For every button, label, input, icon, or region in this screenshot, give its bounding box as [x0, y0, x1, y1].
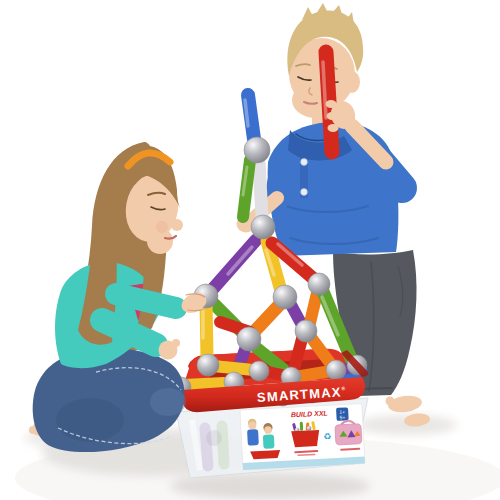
girl-thumb	[172, 339, 180, 347]
jeans-knee-highlight	[150, 388, 186, 416]
mini-tub	[291, 430, 320, 447]
girl-blush	[156, 221, 168, 233]
boy-fingertip	[326, 100, 337, 108]
scene-canvas: SMARTMAX® BUILD XXL 1+ 5+	[0, 0, 500, 500]
magnetic-bar	[259, 162, 262, 217]
magnetic-bar	[206, 301, 207, 358]
magnetic-ball	[273, 285, 297, 309]
girl-sleeve-upper	[116, 294, 176, 308]
age-badge-top: 1+	[339, 410, 345, 415]
age-badge-bottom: 5+	[340, 415, 346, 420]
recycle-icon: ♻	[323, 431, 332, 441]
magnetic-ball	[249, 361, 269, 381]
boy-fingertip	[327, 112, 338, 120]
tub-interior-ball	[206, 430, 222, 446]
magnetic-ball	[295, 320, 317, 342]
magnetic-ball	[237, 327, 261, 351]
product-photo: SMARTMAX® BUILD XXL 1+ 5+	[0, 0, 500, 500]
boy-fingertip	[328, 124, 339, 132]
mini-photo-tub	[250, 450, 280, 460]
boy-button-bottom	[301, 189, 308, 196]
magnetic-ball	[308, 273, 330, 295]
mini-boy-shirt	[247, 429, 259, 446]
jeans-shading	[56, 398, 124, 442]
trademark-symbol: ®	[341, 385, 346, 391]
magnetic-ball	[244, 137, 270, 163]
magnetic-bar	[248, 95, 254, 139]
mini-bar	[300, 422, 303, 431]
product-label: BUILD XXL 1+ 5+ ♻	[240, 404, 365, 470]
magnetic-ball	[326, 360, 346, 380]
age-badge: 1+ 5+	[336, 407, 349, 421]
magnetic-ball	[251, 215, 275, 239]
tub-interior-piece	[222, 426, 224, 464]
girl-nose	[171, 219, 183, 231]
mini-girl-shirt	[263, 434, 275, 449]
magnetic-ball	[197, 354, 219, 376]
boy-button-top	[301, 159, 308, 166]
boy-front-toes	[386, 397, 395, 406]
